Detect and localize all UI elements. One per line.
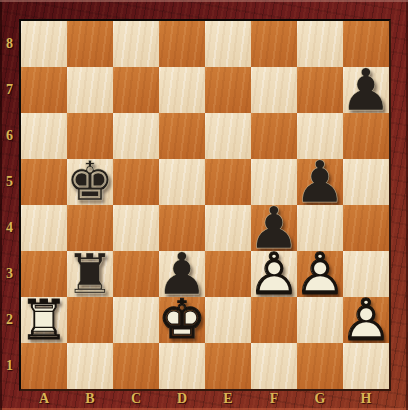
rank-label-3: 3 [0,251,19,297]
piece-black-pawn-d3[interactable]: ♟ [159,251,205,297]
square-f4[interactable]: ♟ [251,205,297,251]
square-b3[interactable]: ♜ [67,251,113,297]
file-label-h: H [343,389,389,408]
piece-black-rook-b3[interactable]: ♜ [67,251,113,297]
square-h4[interactable] [343,205,389,251]
square-g5[interactable]: ♟ [297,159,343,205]
square-b2[interactable] [67,297,113,343]
square-e5[interactable] [205,159,251,205]
square-h1[interactable] [343,343,389,389]
square-c8[interactable] [113,21,159,67]
square-a3[interactable] [21,251,67,297]
square-e1[interactable] [205,343,251,389]
rank-label-5: 5 [0,159,19,205]
square-d2[interactable]: ♚♔ [159,297,205,343]
square-g4[interactable] [297,205,343,251]
piece-black-pawn-h7[interactable]: ♟ [343,67,389,113]
square-d3[interactable]: ♟ [159,251,205,297]
square-c2[interactable] [113,297,159,343]
rank-label-1: 1 [0,343,19,389]
square-g8[interactable] [297,21,343,67]
square-f3[interactable]: ♟♙ [251,251,297,297]
square-f7[interactable] [251,67,297,113]
square-c3[interactable] [113,251,159,297]
square-b7[interactable] [67,67,113,113]
square-d4[interactable] [159,205,205,251]
square-g7[interactable] [297,67,343,113]
piece-white-pawn-h2[interactable]: ♟♙ [343,297,389,343]
file-labels: ABCDEFGH [21,389,389,408]
square-e3[interactable] [205,251,251,297]
file-label-g: G [297,389,343,408]
square-f2[interactable] [251,297,297,343]
square-b5[interactable]: ♚ [67,159,113,205]
square-d7[interactable] [159,67,205,113]
file-label-d: D [159,389,205,408]
square-g3[interactable]: ♟♙ [297,251,343,297]
rank-label-8: 8 [0,21,19,67]
chess-board: ♟♚♟♟♜♟♟♙♟♙♜♖♚♔♟♙ [19,19,391,391]
square-h6[interactable] [343,113,389,159]
square-f8[interactable] [251,21,297,67]
piece-black-king-b5[interactable]: ♚ [67,159,113,205]
square-b4[interactable] [67,205,113,251]
square-d8[interactable] [159,21,205,67]
square-e2[interactable] [205,297,251,343]
square-d5[interactable] [159,159,205,205]
file-label-c: C [113,389,159,408]
square-c5[interactable] [113,159,159,205]
square-h5[interactable] [343,159,389,205]
rank-label-4: 4 [0,205,19,251]
square-g1[interactable] [297,343,343,389]
rank-labels: 87654321 [0,21,19,389]
square-b1[interactable] [67,343,113,389]
piece-white-pawn-f3[interactable]: ♟♙ [251,251,297,297]
square-d6[interactable] [159,113,205,159]
file-label-b: B [67,389,113,408]
file-label-a: A [21,389,67,408]
square-a4[interactable] [21,205,67,251]
square-a6[interactable] [21,113,67,159]
file-label-f: F [251,389,297,408]
square-g6[interactable] [297,113,343,159]
square-h8[interactable] [343,21,389,67]
square-h2[interactable]: ♟♙ [343,297,389,343]
piece-black-pawn-g5[interactable]: ♟ [297,159,343,205]
square-a5[interactable] [21,159,67,205]
chess-app-window: ♟♚♟♟♜♟♟♙♟♙♜♖♚♔♟♙ 87654321 ABCDEFGH [0,0,408,410]
square-b8[interactable] [67,21,113,67]
square-c4[interactable] [113,205,159,251]
rank-label-2: 2 [0,297,19,343]
square-a8[interactable] [21,21,67,67]
square-c7[interactable] [113,67,159,113]
square-c6[interactable] [113,113,159,159]
square-f5[interactable] [251,159,297,205]
square-g2[interactable] [297,297,343,343]
piece-white-king-d2[interactable]: ♚♔ [159,297,205,343]
piece-white-rook-a2[interactable]: ♜♖ [21,297,67,343]
piece-black-pawn-f4[interactable]: ♟ [251,205,297,251]
square-e6[interactable] [205,113,251,159]
square-f6[interactable] [251,113,297,159]
square-e8[interactable] [205,21,251,67]
square-d1[interactable] [159,343,205,389]
square-e4[interactable] [205,205,251,251]
piece-white-pawn-g3[interactable]: ♟♙ [297,251,343,297]
square-h7[interactable]: ♟ [343,67,389,113]
square-e7[interactable] [205,67,251,113]
square-a2[interactable]: ♜♖ [21,297,67,343]
rank-label-6: 6 [0,113,19,159]
file-label-e: E [205,389,251,408]
square-c1[interactable] [113,343,159,389]
rank-label-7: 7 [0,67,19,113]
square-b6[interactable] [67,113,113,159]
square-f1[interactable] [251,343,297,389]
square-a7[interactable] [21,67,67,113]
square-h3[interactable] [343,251,389,297]
square-a1[interactable] [21,343,67,389]
